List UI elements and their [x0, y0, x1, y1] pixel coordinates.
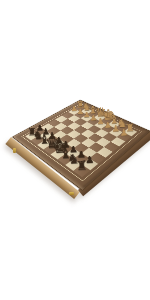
- board-grid: ♜♟♟♜♞♟♟♞♝♟♟♝♛♟♟♛♚♟♟♚♝♟♟♝♞♟♟♞♜♟♟♜: [25, 105, 137, 177]
- product-photo: ♜♟♟♜♞♟♟♞♝♟♟♝♛♟♟♛♚♟♟♚♝♟♟♝♞♟♟♞♜♟♟♜ Product…: [0, 0, 150, 300]
- white-pawn-piece: ♟: [119, 129, 130, 137]
- brass-clasp-left: [13, 148, 16, 153]
- chess-board: ♜♟♟♜♞♟♟♞♝♟♟♝♛♟♟♛♚♟♟♚♝♟♟♝♞♟♟♞♜♟♟♜: [13, 100, 150, 190]
- board-perspective-wrapper: ♜♟♟♜♞♟♟♞♝♟♟♝♛♟♟♛♚♟♟♚♝♟♟♝♞♟♟♞♜♟♟♜: [30, 83, 132, 185]
- black-rook-piece: ♜: [75, 160, 88, 171]
- brass-clasp-bottom: [69, 192, 74, 195]
